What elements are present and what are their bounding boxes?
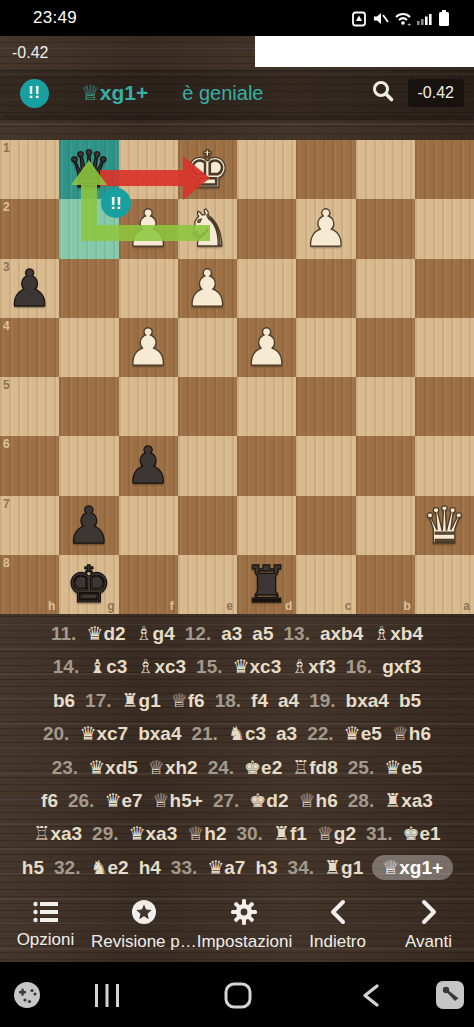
move[interactable]: ♛e5 xyxy=(384,757,422,778)
move[interactable]: ♕h5+ xyxy=(153,790,203,811)
square-h7[interactable]: 7 xyxy=(0,496,59,555)
move-number: 30. xyxy=(236,823,262,844)
square-h3[interactable]: 3♟ xyxy=(0,259,59,318)
file-label: h xyxy=(48,599,55,613)
move[interactable]: gxf3 xyxy=(382,656,421,677)
svg-text:+: + xyxy=(408,21,412,27)
square-f1[interactable] xyxy=(119,140,178,199)
move-number: 11. xyxy=(51,623,76,644)
status-bar: 23:49 + xyxy=(0,0,474,36)
move-number: 29. xyxy=(92,823,118,844)
back-move-label: Indietro xyxy=(309,932,366,952)
move-number: 32. xyxy=(54,857,80,878)
move[interactable]: ♞c3 xyxy=(228,723,266,744)
square-e7[interactable] xyxy=(178,496,237,555)
square-b4[interactable] xyxy=(356,318,415,377)
game-review-button[interactable]: Revisione p… xyxy=(91,888,197,962)
eval-row: -0.42 xyxy=(0,36,474,72)
battery-saver-icon xyxy=(351,10,367,27)
move-line: 11.♛d2♗g412.a3a513.axb4♗xb4 xyxy=(0,617,474,650)
square-a4[interactable] xyxy=(415,318,474,377)
square-c6[interactable] xyxy=(296,436,355,495)
touch-panel-icon[interactable] xyxy=(435,980,465,1010)
move[interactable]: axb4 xyxy=(320,623,363,644)
move-number: 26. xyxy=(68,790,94,811)
move-line: 14.♝c3♗xc315.♛xc3♗xf316.gxf3 xyxy=(0,650,474,683)
move[interactable]: ♗xb4 xyxy=(373,623,423,644)
move-number: 31. xyxy=(366,823,392,844)
file-label: b xyxy=(403,599,410,613)
square-f2[interactable]: ♟ xyxy=(119,199,178,258)
square-d1[interactable] xyxy=(237,140,296,199)
square-e2[interactable]: ♞ xyxy=(178,199,237,258)
move-number: 18. xyxy=(215,690,241,711)
move[interactable]: ♚e1 xyxy=(402,823,440,844)
android-nav-bar xyxy=(0,962,474,1027)
move[interactable]: ♛xd5 xyxy=(88,757,138,778)
file-label: f xyxy=(170,599,174,613)
square-e4[interactable] xyxy=(178,318,237,377)
square-f7[interactable] xyxy=(119,496,178,555)
file-label: a xyxy=(463,599,470,613)
move[interactable]: ♖fd8 xyxy=(292,757,338,778)
analysis-toolbar: !! ♕xg1+ è geniale -0.42 xyxy=(0,70,474,116)
square-d7[interactable] xyxy=(237,496,296,555)
move-number: 23. xyxy=(52,757,78,778)
move[interactable]: h5 xyxy=(22,857,44,878)
square-h5[interactable]: 5 xyxy=(0,377,59,436)
move-number: 24. xyxy=(208,757,234,778)
square-b1[interactable] xyxy=(356,140,415,199)
status-icons: + xyxy=(351,9,474,27)
move[interactable]: ♕h6 xyxy=(299,790,338,811)
square-b2[interactable] xyxy=(356,199,415,258)
move-line: b617.♜g1♕f618.f4a419.bxa4b5 xyxy=(0,684,474,717)
chess-board[interactable]: 1♛♚2♟♞♟3♟♟4♟♟56♟7♟♛8hg♚fed♜cba xyxy=(0,140,474,614)
move[interactable]: ♕xh2 xyxy=(148,757,198,778)
square-a8[interactable]: a xyxy=(415,555,474,614)
move-line: 20.♛xc7bxa421.♞c3a322.♛e5♕h6 xyxy=(0,717,474,750)
move[interactable]: ♜g1 xyxy=(324,857,363,878)
square-b8[interactable]: b xyxy=(356,555,415,614)
square-b3[interactable] xyxy=(356,259,415,318)
move[interactable]: ♜f1 xyxy=(273,823,307,844)
clock: 23:49 xyxy=(0,8,77,28)
back-icon[interactable] xyxy=(360,984,382,1007)
forward-move-button[interactable]: Avanti xyxy=(383,888,474,962)
square-g4[interactable] xyxy=(59,318,118,377)
black-pawn: ♟ xyxy=(119,436,178,495)
board-area: 1♛♚2♟♞♟3♟♟4♟♟56♟7♟♛8hg♚fed♜cba !! xyxy=(0,140,474,614)
square-d4[interactable]: ♟ xyxy=(237,318,296,377)
square-c3[interactable] xyxy=(296,259,355,318)
game-launcher-icon[interactable] xyxy=(12,980,42,1010)
options-label: Opzioni xyxy=(17,930,75,950)
square-a5[interactable] xyxy=(415,377,474,436)
search-icon[interactable] xyxy=(370,78,396,108)
move[interactable]: f4 xyxy=(251,690,268,711)
square-h6[interactable]: 6 xyxy=(0,436,59,495)
move-number: 33. xyxy=(171,857,197,878)
square-c1[interactable] xyxy=(296,140,355,199)
square-g5[interactable] xyxy=(59,377,118,436)
gear-icon xyxy=(231,899,257,925)
white-pawn: ♟ xyxy=(237,318,296,377)
move[interactable]: ♝c3 xyxy=(89,656,127,677)
square-d8[interactable]: d♜ xyxy=(237,555,296,614)
move[interactable]: h3 xyxy=(255,857,277,878)
move[interactable]: ♛e7 xyxy=(104,790,142,811)
black-pawn: ♟ xyxy=(0,259,59,318)
square-h4[interactable]: 4 xyxy=(0,318,59,377)
black-queen: ♛ xyxy=(59,140,118,199)
rank-label: 8 xyxy=(3,556,10,570)
rank-label: 6 xyxy=(3,437,10,451)
settings-button[interactable]: Impostazioni xyxy=(197,888,292,962)
square-b7[interactable] xyxy=(356,496,415,555)
square-e1[interactable]: ♚ xyxy=(178,140,237,199)
black-pawn: ♟ xyxy=(59,496,118,555)
move-list: 11.♛d2♗g412.a3a513.axb4♗xb414.♝c3♗xc315.… xyxy=(0,617,474,888)
square-d3[interactable] xyxy=(237,259,296,318)
rank-label: 4 xyxy=(3,319,10,333)
white-pawn: ♟ xyxy=(178,259,237,318)
square-c2[interactable]: ♟ xyxy=(296,199,355,258)
move[interactable]: ♜xa3 xyxy=(384,790,433,811)
mute-icon xyxy=(372,10,389,27)
move[interactable]: b5 xyxy=(399,690,421,711)
settings-label: Impostazioni xyxy=(197,932,292,952)
move[interactable]: bxa4 xyxy=(138,723,181,744)
square-f5[interactable] xyxy=(119,377,178,436)
bottom-toolbar: Opzioni Revisione p… Impostazioni xyxy=(0,888,474,962)
move-number: 19. xyxy=(309,690,335,711)
square-f6[interactable]: ♟ xyxy=(119,436,178,495)
square-a2[interactable] xyxy=(415,199,474,258)
square-d2[interactable] xyxy=(237,199,296,258)
signal-icon xyxy=(417,10,433,27)
move[interactable]: ♛a7 xyxy=(207,857,245,878)
move-line: f626.♛e7♕h5+27.♚d2♕h628.♜xa3 xyxy=(0,784,474,817)
rank-label: 1 xyxy=(3,141,10,155)
move-number: 12. xyxy=(185,623,211,644)
move[interactable]: a4 xyxy=(278,690,299,711)
rank-label: 7 xyxy=(3,497,10,511)
move[interactable]: a3 xyxy=(276,723,297,744)
square-h8[interactable]: 8h xyxy=(0,555,59,614)
white-pawn: ♟ xyxy=(296,199,355,258)
square-c5[interactable] xyxy=(296,377,355,436)
move[interactable]: bxa4 xyxy=(346,690,389,711)
move[interactable]: f6 xyxy=(41,790,58,811)
move-line: 23.♛xd5♕xh224.♚e2♖fd825.♛e5 xyxy=(0,751,474,784)
move[interactable]: ♜g1 xyxy=(122,690,161,711)
chevron-right-icon xyxy=(420,899,438,925)
move-comment: è geniale xyxy=(182,82,263,105)
current-move-chip[interactable]: ♕xg1+ xyxy=(372,855,453,880)
move[interactable]: ♗xc3 xyxy=(137,656,186,677)
move-number: 21. xyxy=(191,723,217,744)
move-number: 28. xyxy=(348,790,374,811)
square-e5[interactable] xyxy=(178,377,237,436)
rank-label: 5 xyxy=(3,378,10,392)
move[interactable]: ♛xc7 xyxy=(79,723,128,744)
square-g3[interactable] xyxy=(59,259,118,318)
square-c8[interactable]: c xyxy=(296,555,355,614)
forward-move-label: Avanti xyxy=(405,932,452,952)
square-b6[interactable] xyxy=(356,436,415,495)
move-number: 16. xyxy=(346,656,372,677)
options-list-icon xyxy=(33,901,58,923)
square-g6[interactable] xyxy=(59,436,118,495)
home-icon[interactable] xyxy=(224,982,252,1009)
brilliant-badge-icon[interactable]: !! xyxy=(20,79,49,108)
move[interactable]: a3 xyxy=(221,623,242,644)
rank-label: 2 xyxy=(3,200,10,214)
square-a6[interactable] xyxy=(415,436,474,495)
move-number: 17. xyxy=(85,690,111,711)
move-number: 13. xyxy=(284,623,310,644)
move-number: 22. xyxy=(307,723,333,744)
square-g8[interactable]: g♚ xyxy=(59,555,118,614)
app-screen: 23:49 + -0.42 !! ♕xg1+ è geniale -0.42 1… xyxy=(0,0,474,1027)
move[interactable]: b6 xyxy=(53,690,75,711)
eval-chip[interactable]: -0.42 xyxy=(408,79,464,107)
back-move-button[interactable]: Indietro xyxy=(292,888,383,962)
move[interactable]: ♕h6 xyxy=(392,723,431,744)
chevron-left-icon xyxy=(329,899,347,925)
white-pawn: ♟ xyxy=(119,199,178,258)
move[interactable]: ♕h2 xyxy=(187,823,226,844)
move[interactable]: ♗xf3 xyxy=(291,656,336,677)
move[interactable]: ♚d2 xyxy=(249,790,288,811)
square-b5[interactable] xyxy=(356,377,415,436)
square-f8[interactable]: f xyxy=(119,555,178,614)
move[interactable]: ♚e2 xyxy=(244,757,282,778)
square-f3[interactable] xyxy=(119,259,178,318)
move[interactable]: ♖xa3 xyxy=(33,823,82,844)
square-g2[interactable] xyxy=(59,199,118,258)
move[interactable]: ♞e2 xyxy=(90,857,128,878)
move[interactable]: h4 xyxy=(139,857,161,878)
move[interactable]: ♛e5 xyxy=(344,723,382,744)
square-e3[interactable]: ♟ xyxy=(178,259,237,318)
move-line: h532.♞e2h433.♛a7h334.♜g1♕xg1+ xyxy=(0,851,474,884)
move-number: 34. xyxy=(288,857,314,878)
square-a3[interactable] xyxy=(415,259,474,318)
eval-gauge-white xyxy=(255,36,474,67)
move-number: 14. xyxy=(53,656,79,677)
file-label: c xyxy=(345,599,352,613)
move-number: 27. xyxy=(213,790,239,811)
recents-icon[interactable] xyxy=(94,984,120,1007)
square-c7[interactable] xyxy=(296,496,355,555)
square-h2[interactable]: 2 xyxy=(0,199,59,258)
options-button[interactable]: Opzioni xyxy=(0,888,91,962)
square-g7[interactable]: ♟ xyxy=(59,496,118,555)
square-d6[interactable] xyxy=(237,436,296,495)
white-king: ♚ xyxy=(178,140,237,199)
white-queen: ♛ xyxy=(415,496,474,555)
black-rook: ♜ xyxy=(237,555,296,614)
current-move: ♕xg1+ xyxy=(81,81,148,105)
black-king: ♚ xyxy=(59,555,118,614)
square-a7[interactable]: ♛ xyxy=(415,496,474,555)
move[interactable]: ♕g2 xyxy=(317,823,356,844)
move[interactable]: ♛xa3 xyxy=(129,823,178,844)
move-number: 25. xyxy=(348,757,374,778)
move[interactable]: a5 xyxy=(252,623,273,644)
game-review-label: Revisione p… xyxy=(91,932,197,952)
file-label: e xyxy=(226,599,233,613)
square-d5[interactable] xyxy=(237,377,296,436)
white-knight: ♞ xyxy=(178,199,237,258)
move-line: ♖xa329.♛xa3♕h230.♜f1♕g231.♚e1 xyxy=(0,817,474,850)
eval-score: -0.42 xyxy=(12,44,48,62)
square-c4[interactable] xyxy=(296,318,355,377)
move-number: 20. xyxy=(43,723,69,744)
square-a1[interactable] xyxy=(415,140,474,199)
move[interactable]: ♕f6 xyxy=(171,690,205,711)
move[interactable]: ♛xc3 xyxy=(233,656,282,677)
move[interactable]: ♛d2 xyxy=(86,623,125,644)
square-e6[interactable] xyxy=(178,436,237,495)
battery-icon xyxy=(438,9,450,27)
wifi-icon: + xyxy=(394,10,412,27)
move[interactable]: ♗g4 xyxy=(136,623,175,644)
white-pawn: ♟ xyxy=(119,318,178,377)
move-number: 15. xyxy=(196,656,222,677)
square-f4[interactable]: ♟ xyxy=(119,318,178,377)
square-h1[interactable]: 1 xyxy=(0,140,59,199)
square-e8[interactable]: e xyxy=(178,555,237,614)
star-circle-icon xyxy=(131,899,157,925)
square-g1[interactable]: ♛ xyxy=(59,140,118,199)
